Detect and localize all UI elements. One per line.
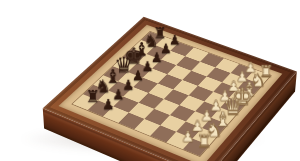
square-e1: ♚	[220, 98, 245, 114]
piece-white-pawn: ♟	[241, 61, 259, 75]
drawer-knob	[91, 129, 98, 138]
piece-white-rook: ♜	[257, 64, 275, 80]
square-f3	[197, 77, 221, 92]
piece-black-rook: ♜	[151, 26, 168, 41]
product-photo: ♜♞♝♛♚♝♞♜♟♟♟♟♟♟♟♟♟♟♟♟♟♟♟♟♜♞♝♛♚♝♞♜	[0, 0, 300, 161]
